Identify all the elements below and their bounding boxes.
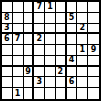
sudoku-cell-r4c5[interactable] xyxy=(45,34,56,45)
sudoku-cell-r8c5[interactable] xyxy=(45,77,56,88)
sudoku-cell-r9c1[interactable] xyxy=(2,88,13,99)
sudoku-board: 71853267219492361 xyxy=(0,0,101,101)
sudoku-cell-r2c1[interactable]: 8 xyxy=(2,13,13,24)
sudoku-cell-r2c4[interactable] xyxy=(34,13,45,24)
sudoku-cell-r5c7[interactable] xyxy=(67,45,78,56)
sudoku-cell-r5c9[interactable]: 9 xyxy=(88,45,99,56)
sudoku-cell-r7c4[interactable] xyxy=(34,67,45,78)
sudoku-cell-r5c1[interactable] xyxy=(2,45,13,56)
sudoku-cell-r6c7[interactable]: 4 xyxy=(67,56,78,67)
sudoku-cell-r3c1[interactable]: 3 xyxy=(2,24,13,35)
sudoku-cell-r1c5[interactable]: 1 xyxy=(45,2,56,13)
sudoku-cell-r4c7[interactable] xyxy=(67,34,78,45)
sudoku-cell-r6c4[interactable] xyxy=(34,56,45,67)
sudoku-cell-r1c2[interactable] xyxy=(13,2,24,13)
sudoku-cell-r1c1[interactable] xyxy=(2,2,13,13)
sudoku-cell-r5c8[interactable]: 1 xyxy=(77,45,88,56)
sudoku-cell-r6c5[interactable] xyxy=(45,56,56,67)
sudoku-cell-r1c7[interactable] xyxy=(67,2,78,13)
sudoku-cell-r9c3[interactable] xyxy=(24,88,35,99)
sudoku-cell-r1c8[interactable] xyxy=(77,2,88,13)
sudoku-cell-r2c9[interactable] xyxy=(88,13,99,24)
sudoku-cell-r7c1[interactable] xyxy=(2,67,13,78)
sudoku-cell-r7c7[interactable] xyxy=(67,67,78,78)
sudoku-cell-r7c6[interactable]: 2 xyxy=(56,67,67,78)
sudoku-cell-r3c9[interactable] xyxy=(88,24,99,35)
sudoku-cell-r7c8[interactable] xyxy=(77,67,88,78)
sudoku-cell-r4c3[interactable] xyxy=(24,34,35,45)
sudoku-cell-r9c8[interactable] xyxy=(77,88,88,99)
sudoku-cell-r8c1[interactable] xyxy=(2,77,13,88)
sudoku-cell-r1c3[interactable] xyxy=(24,2,35,13)
sudoku-cell-r8c2[interactable] xyxy=(13,77,24,88)
sudoku-cell-r9c7[interactable] xyxy=(67,88,78,99)
sudoku-cell-r5c5[interactable] xyxy=(45,45,56,56)
sudoku-cell-r5c2[interactable] xyxy=(13,45,24,56)
sudoku-cell-r4c1[interactable]: 6 xyxy=(2,34,13,45)
sudoku-cell-r9c6[interactable] xyxy=(56,88,67,99)
sudoku-cell-r6c3[interactable] xyxy=(24,56,35,67)
sudoku-cell-r3c7[interactable] xyxy=(67,24,78,35)
sudoku-cell-r9c4[interactable] xyxy=(34,88,45,99)
sudoku-cell-r7c9[interactable] xyxy=(88,67,99,78)
sudoku-cell-r2c7[interactable]: 5 xyxy=(67,13,78,24)
sudoku-cell-r4c4[interactable]: 2 xyxy=(34,34,45,45)
sudoku-cell-r8c7[interactable]: 6 xyxy=(67,77,78,88)
sudoku-cell-r8c3[interactable] xyxy=(24,77,35,88)
sudoku-cell-r2c5[interactable] xyxy=(45,13,56,24)
sudoku-cell-r3c6[interactable] xyxy=(56,24,67,35)
sudoku-cell-r6c2[interactable] xyxy=(13,56,24,67)
sudoku-cell-r3c3[interactable] xyxy=(24,24,35,35)
sudoku-cell-r6c6[interactable] xyxy=(56,56,67,67)
sudoku-cell-r5c3[interactable] xyxy=(24,45,35,56)
sudoku-cell-r8c8[interactable] xyxy=(77,77,88,88)
sudoku-cell-r4c9[interactable] xyxy=(88,34,99,45)
sudoku-cell-r6c9[interactable] xyxy=(88,56,99,67)
sudoku-cell-r4c2[interactable]: 7 xyxy=(13,34,24,45)
sudoku-cell-r8c6[interactable] xyxy=(56,77,67,88)
sudoku-cell-r1c4[interactable]: 7 xyxy=(34,2,45,13)
sudoku-cell-r1c6[interactable] xyxy=(56,2,67,13)
sudoku-cell-r8c9[interactable] xyxy=(88,77,99,88)
sudoku-cell-r9c5[interactable] xyxy=(45,88,56,99)
sudoku-cell-r3c2[interactable] xyxy=(13,24,24,35)
sudoku-cell-r2c8[interactable] xyxy=(77,13,88,24)
sudoku-cell-r5c4[interactable] xyxy=(34,45,45,56)
sudoku-cell-r4c8[interactable] xyxy=(77,34,88,45)
sudoku-cell-r8c4[interactable]: 3 xyxy=(34,77,45,88)
sudoku-cell-r3c8[interactable]: 2 xyxy=(77,24,88,35)
sudoku-cell-r9c2[interactable]: 1 xyxy=(13,88,24,99)
sudoku-cell-r2c2[interactable] xyxy=(13,13,24,24)
sudoku-cell-r3c5[interactable] xyxy=(45,24,56,35)
sudoku-cell-r4c6[interactable] xyxy=(56,34,67,45)
sudoku-cell-r9c9[interactable] xyxy=(88,88,99,99)
sudoku-cell-r7c2[interactable] xyxy=(13,67,24,78)
sudoku-cell-r7c3[interactable]: 9 xyxy=(24,67,35,78)
sudoku-cell-r5c6[interactable] xyxy=(56,45,67,56)
sudoku-cell-r6c8[interactable] xyxy=(77,56,88,67)
sudoku-cell-r2c3[interactable] xyxy=(24,13,35,24)
sudoku-cell-r3c4[interactable] xyxy=(34,24,45,35)
sudoku-cell-r1c9[interactable] xyxy=(88,2,99,13)
sudoku-cell-r7c5[interactable] xyxy=(45,67,56,78)
sudoku-cell-r2c6[interactable] xyxy=(56,13,67,24)
sudoku-cell-r6c1[interactable] xyxy=(2,56,13,67)
